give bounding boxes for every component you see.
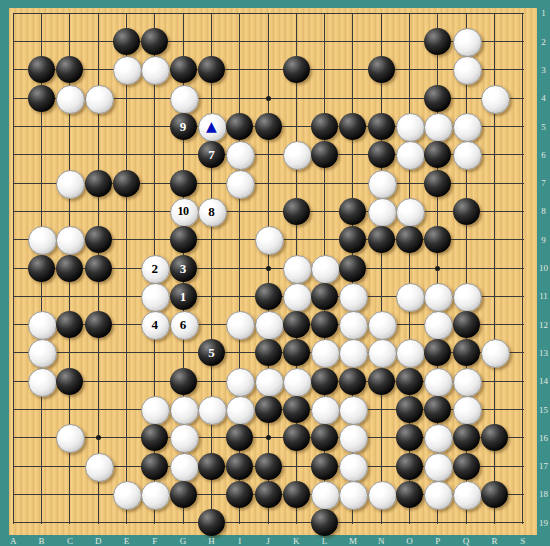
column-label-H: H (204, 536, 218, 546)
white-stone-R4[interactable] (481, 85, 510, 114)
black-stone-H19[interactable] (198, 509, 225, 536)
column-label-J: J (261, 536, 275, 546)
white-stone-I15[interactable] (226, 396, 255, 425)
white-stone-K10[interactable] (283, 255, 312, 284)
row-label-6: 6 (537, 150, 550, 160)
white-stone-K14[interactable] (283, 368, 312, 397)
column-label-P: P (431, 536, 445, 546)
black-stone-O15[interactable] (396, 396, 423, 423)
black-stone-M10[interactable] (339, 255, 366, 282)
black-stone-N3[interactable] (368, 56, 395, 83)
white-stone-G15[interactable] (170, 396, 199, 425)
white-stone-G16[interactable] (170, 424, 199, 453)
black-stone-D7[interactable] (85, 170, 112, 197)
white-stone-Q18[interactable] (453, 481, 482, 510)
black-stone-R16[interactable] (481, 424, 508, 451)
white-stone-P11[interactable] (424, 283, 453, 312)
black-stone-O14[interactable] (396, 368, 423, 395)
black-stone-G10[interactable] (170, 255, 197, 282)
white-stone-P17[interactable] (424, 453, 453, 482)
white-stone-O8[interactable] (396, 198, 425, 227)
black-stone-H17[interactable] (198, 453, 225, 480)
column-label-C: C (63, 536, 77, 546)
black-stone-R18[interactable] (481, 481, 508, 508)
white-stone-Q2[interactable] (453, 28, 482, 57)
white-stone-E18[interactable] (113, 481, 142, 510)
black-stone-J13[interactable] (255, 339, 282, 366)
white-stone-G12[interactable] (170, 311, 199, 340)
white-stone-G4[interactable] (170, 85, 199, 114)
row-label-7: 7 (537, 178, 550, 188)
star-point (435, 266, 440, 271)
column-label-L: L (318, 536, 332, 546)
white-stone-L18[interactable] (311, 481, 340, 510)
row-label-2: 2 (537, 37, 550, 47)
black-stone-N6[interactable] (368, 141, 395, 168)
black-stone-J11[interactable] (255, 283, 282, 310)
white-stone-N18[interactable] (368, 481, 397, 510)
white-stone-M11[interactable] (339, 283, 368, 312)
white-stone-P14[interactable] (424, 368, 453, 397)
star-point (266, 266, 271, 271)
black-stone-C14[interactable] (56, 368, 83, 395)
black-stone-D9[interactable] (85, 226, 112, 253)
black-stone-O9[interactable] (396, 226, 423, 253)
white-stone-M17[interactable] (339, 453, 368, 482)
white-stone-Q3[interactable] (453, 56, 482, 85)
black-stone-G11[interactable] (170, 283, 197, 310)
black-stone-G3[interactable] (170, 56, 197, 83)
black-stone-K13[interactable] (283, 339, 310, 366)
white-stone-Q5[interactable] (453, 113, 482, 142)
row-label-16: 16 (537, 433, 550, 443)
white-stone-H15[interactable] (198, 396, 227, 425)
white-stone-P18[interactable] (424, 481, 453, 510)
white-stone-J12[interactable] (255, 311, 284, 340)
black-stone-K16[interactable] (283, 424, 310, 451)
white-stone-C4[interactable] (56, 85, 85, 114)
grid-hline (13, 522, 523, 523)
white-stone-K11[interactable] (283, 283, 312, 312)
black-stone-E2[interactable] (113, 28, 140, 55)
row-label-19: 19 (537, 518, 550, 528)
row-label-10: 10 (537, 263, 550, 273)
black-stone-J17[interactable] (255, 453, 282, 480)
black-stone-B4[interactable] (28, 85, 55, 112)
row-label-15: 15 (537, 405, 550, 415)
black-stone-E7[interactable] (113, 170, 140, 197)
black-stone-F17[interactable] (141, 453, 168, 480)
white-stone-N12[interactable] (368, 311, 397, 340)
black-stone-K12[interactable] (283, 311, 310, 338)
black-stone-K8[interactable] (283, 198, 310, 225)
column-label-S: S (516, 536, 530, 546)
black-stone-O18[interactable] (396, 481, 423, 508)
grid-vline (381, 13, 382, 523)
white-stone-D4[interactable] (85, 85, 114, 114)
go-app-window: 12345678910▲ABCDEFGHIJKLMNOPQRS123456789… (0, 0, 550, 546)
black-stone-Q12[interactable] (453, 311, 480, 338)
row-label-14: 14 (537, 376, 550, 386)
row-label-17: 17 (537, 461, 550, 471)
white-stone-C7[interactable] (56, 170, 85, 199)
white-stone-D17[interactable] (85, 453, 114, 482)
white-stone-Q11[interactable] (453, 283, 482, 312)
black-stone-J15[interactable] (255, 396, 282, 423)
black-stone-D12[interactable] (85, 311, 112, 338)
white-stone-B12[interactable] (28, 311, 57, 340)
star-point (266, 435, 271, 440)
column-label-N: N (374, 536, 388, 546)
black-stone-P4[interactable] (424, 85, 451, 112)
black-stone-M14[interactable] (339, 368, 366, 395)
black-stone-I17[interactable] (226, 453, 253, 480)
row-label-13: 13 (537, 348, 550, 358)
black-stone-K3[interactable] (283, 56, 310, 83)
white-stone-F10[interactable] (141, 255, 170, 284)
black-stone-G7[interactable] (170, 170, 197, 197)
white-stone-O5[interactable] (396, 113, 425, 142)
grid-vline (522, 13, 523, 523)
white-stone-L15[interactable] (311, 396, 340, 425)
white-stone-N13[interactable] (368, 339, 397, 368)
white-stone-Q15[interactable] (453, 396, 482, 425)
black-stone-N14[interactable] (368, 368, 395, 395)
row-label-9: 9 (537, 235, 550, 245)
black-stone-H6[interactable] (198, 141, 225, 168)
column-label-Q: Q (459, 536, 473, 546)
star-point (266, 96, 271, 101)
black-stone-J18[interactable] (255, 481, 282, 508)
column-label-E: E (120, 536, 134, 546)
black-stone-P7[interactable] (424, 170, 451, 197)
row-label-3: 3 (537, 65, 550, 75)
white-stone-Q6[interactable] (453, 141, 482, 170)
column-label-K: K (289, 536, 303, 546)
black-stone-K18[interactable] (283, 481, 310, 508)
white-stone-B14[interactable] (28, 368, 57, 397)
black-stone-L5[interactable] (311, 113, 338, 140)
black-stone-L12[interactable] (311, 311, 338, 338)
white-stone-H8[interactable] (198, 198, 227, 227)
black-stone-N9[interactable] (368, 226, 395, 253)
white-stone-J14[interactable] (255, 368, 284, 397)
column-label-O: O (403, 536, 417, 546)
row-label-8: 8 (537, 206, 550, 216)
column-label-D: D (91, 536, 105, 546)
black-stone-N5[interactable] (368, 113, 395, 140)
black-stone-L17[interactable] (311, 453, 338, 480)
white-stone-N7[interactable] (368, 170, 397, 199)
black-stone-G9[interactable] (170, 226, 197, 253)
column-label-I: I (233, 536, 247, 546)
black-stone-L11[interactable] (311, 283, 338, 310)
column-label-M: M (346, 536, 360, 546)
white-stone-F18[interactable] (141, 481, 170, 510)
white-stone-N8[interactable] (368, 198, 397, 227)
black-stone-Q8[interactable] (453, 198, 480, 225)
black-stone-J5[interactable] (255, 113, 282, 140)
black-stone-G14[interactable] (170, 368, 197, 395)
white-stone-J9[interactable] (255, 226, 284, 255)
row-label-5: 5 (537, 122, 550, 132)
black-stone-G18[interactable] (170, 481, 197, 508)
black-stone-C10[interactable] (56, 255, 83, 282)
white-stone-G17[interactable] (170, 453, 199, 482)
column-label-B: B (35, 536, 49, 546)
black-stone-Q16[interactable] (453, 424, 480, 451)
black-stone-I5[interactable] (226, 113, 253, 140)
white-stone-L10[interactable] (311, 255, 340, 284)
white-stone-H5[interactable] (198, 113, 227, 142)
black-stone-B10[interactable] (28, 255, 55, 282)
black-stone-O17[interactable] (396, 453, 423, 480)
column-label-G: G (176, 536, 190, 546)
column-label-R: R (487, 536, 501, 546)
white-stone-O11[interactable] (396, 283, 425, 312)
white-stone-F11[interactable] (141, 283, 170, 312)
column-label-A: A (6, 536, 20, 546)
row-label-12: 12 (537, 320, 550, 330)
white-stone-Q14[interactable] (453, 368, 482, 397)
black-stone-D10[interactable] (85, 255, 112, 282)
black-stone-K15[interactable] (283, 396, 310, 423)
black-stone-L14[interactable] (311, 368, 338, 395)
white-stone-I14[interactable] (226, 368, 255, 397)
white-stone-K6[interactable] (283, 141, 312, 170)
row-label-11: 11 (537, 291, 550, 301)
black-stone-Q13[interactable] (453, 339, 480, 366)
black-stone-G5[interactable] (170, 113, 197, 140)
black-stone-I18[interactable] (226, 481, 253, 508)
white-stone-G8[interactable] (170, 198, 199, 227)
row-label-4: 4 (537, 93, 550, 103)
row-label-1: 1 (537, 8, 550, 18)
black-stone-Q17[interactable] (453, 453, 480, 480)
white-stone-I7[interactable] (226, 170, 255, 199)
row-label-18: 18 (537, 489, 550, 499)
column-label-F: F (148, 536, 162, 546)
